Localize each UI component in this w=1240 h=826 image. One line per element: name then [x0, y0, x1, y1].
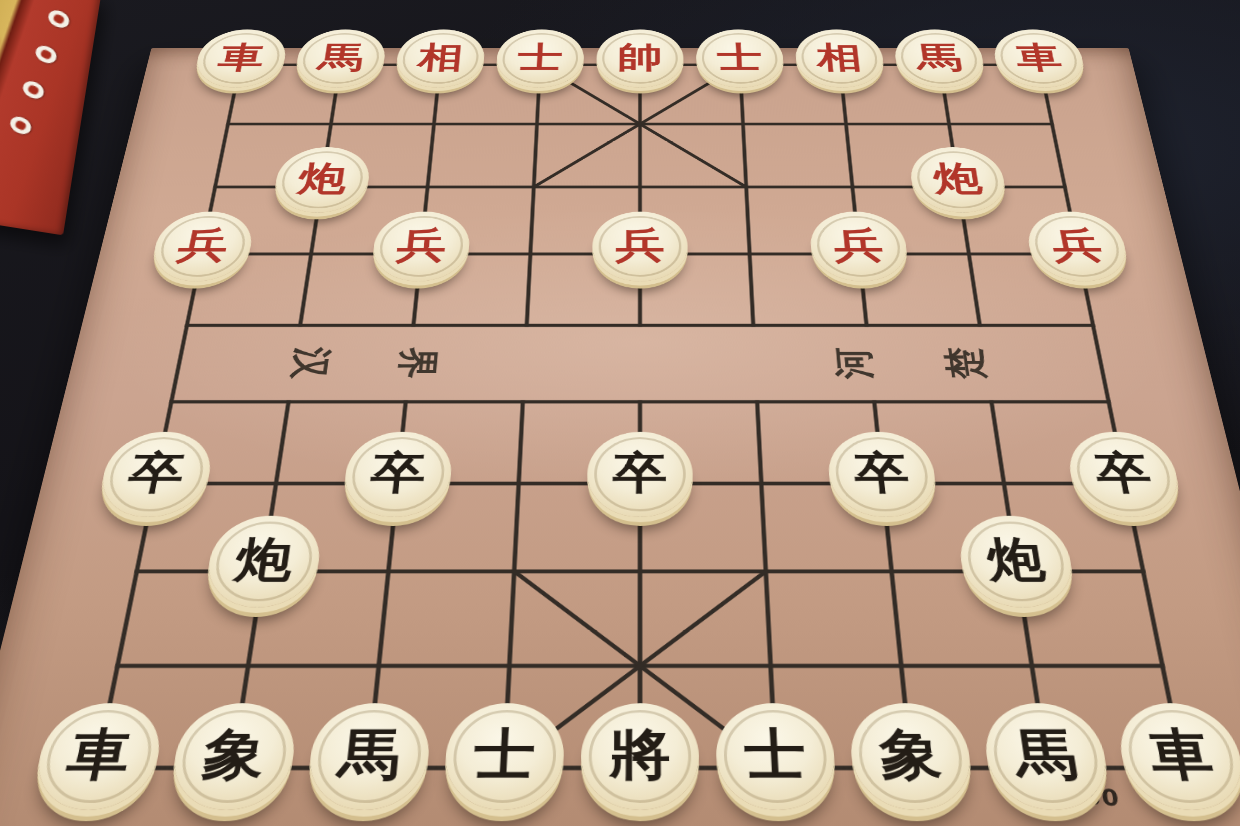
piece-black-chariot[interactable]: 車: [28, 703, 168, 810]
piece-glyph: 炮: [984, 536, 1048, 583]
piece-black-elephant[interactable]: 象: [847, 703, 976, 810]
piece-glyph: 兵: [1049, 227, 1105, 263]
board-point-f8[interactable]: [692, 155, 802, 220]
board-point-f3[interactable]: [702, 527, 832, 618]
board-point-c3[interactable]: [320, 527, 455, 618]
piece-glyph: 士: [717, 42, 763, 72]
piece-black-advisor[interactable]: 士: [715, 703, 838, 810]
piece-glyph: 車: [216, 42, 267, 72]
board-point-c4[interactable]: 卒: [331, 442, 461, 527]
board-point-g2[interactable]: [832, 618, 973, 716]
board-point-i1[interactable]: 車: [1106, 716, 1240, 822]
board-point-f1[interactable]: 士: [707, 716, 848, 822]
board-point-h5[interactable]: [928, 363, 1057, 442]
board-point-e10[interactable]: 帥: [589, 36, 690, 94]
piece-glyph: 士: [517, 42, 563, 72]
piece-black-soldier[interactable]: 卒: [340, 432, 454, 517]
piece-red-horse[interactable]: 馬: [292, 29, 388, 87]
board-point-d5[interactable]: [461, 363, 582, 442]
board-point-g8[interactable]: [797, 155, 910, 220]
board-point-h7[interactable]: [910, 220, 1030, 289]
board-point-c5[interactable]: [342, 363, 467, 442]
board-point-e5[interactable]: [580, 363, 699, 442]
piece-glyph: 炮: [296, 162, 349, 196]
piece-glyph: 兵: [395, 227, 448, 263]
piece-glyph: 相: [815, 42, 863, 72]
board-point-g9[interactable]: [792, 94, 901, 155]
board-point-a6[interactable]: [122, 289, 250, 363]
piece-glyph: 卒: [369, 450, 428, 494]
board-point-i2[interactable]: [1089, 618, 1240, 716]
board-point-b3[interactable]: 炮: [191, 527, 331, 618]
piece-glyph: 卒: [125, 450, 188, 494]
piece-glyph: 車: [1145, 727, 1217, 782]
board-point-e4[interactable]: 卒: [578, 442, 702, 527]
board-point-b2[interactable]: [174, 618, 320, 716]
board-point-f5[interactable]: [698, 363, 819, 442]
piece-glyph: 卒: [852, 450, 911, 494]
piece-red-cannon[interactable]: 炮: [907, 147, 1009, 213]
piece-black-horse[interactable]: 馬: [304, 703, 433, 810]
piece-black-cannon[interactable]: 炮: [201, 516, 324, 608]
board-point-g5[interactable]: [813, 363, 938, 442]
board-point-i3[interactable]: [1072, 527, 1216, 618]
board-point-i8[interactable]: [1006, 155, 1125, 220]
piece-glyph: 馬: [1011, 727, 1080, 782]
piece-red-advisor[interactable]: 士: [695, 29, 785, 87]
board-point-b1[interactable]: 象: [155, 716, 307, 822]
board-point-e8[interactable]: [586, 155, 694, 220]
board-point-c1[interactable]: 馬: [294, 716, 441, 822]
piece-red-advisor[interactable]: 士: [495, 29, 585, 87]
piece-glyph: 馬: [316, 42, 365, 72]
piece-glyph: 卒: [613, 450, 668, 494]
board-point-c2[interactable]: [307, 618, 448, 716]
board-point-d10[interactable]: 士: [488, 36, 591, 94]
board-point-i5[interactable]: [1043, 363, 1176, 442]
board-point-h6[interactable]: [919, 289, 1044, 363]
board-point-f6[interactable]: [696, 289, 813, 363]
board-point-g4[interactable]: 卒: [819, 442, 949, 527]
board-point-i4[interactable]: 卒: [1057, 442, 1196, 527]
board-point-f4[interactable]: [700, 442, 826, 527]
piece-glyph: 相: [417, 42, 465, 72]
board-point-c8[interactable]: [370, 155, 483, 220]
piece-black-soldier[interactable]: 卒: [826, 432, 940, 517]
piece-red-soldier[interactable]: 兵: [808, 212, 910, 282]
piece-black-soldier[interactable]: 卒: [1063, 432, 1186, 517]
piece-red-soldier[interactable]: 兵: [592, 212, 689, 282]
piece-glyph: 炮: [232, 536, 296, 583]
board-point-d7[interactable]: [473, 220, 586, 289]
board-point-b8[interactable]: 炮: [262, 155, 378, 220]
board-point-a9[interactable]: [169, 94, 284, 155]
board-point-g3[interactable]: [825, 527, 960, 618]
board-point-a2[interactable]: [41, 618, 192, 716]
board-point-a1[interactable]: 車: [16, 716, 174, 822]
board-point-e1[interactable]: 將: [571, 716, 710, 822]
box-badge-icon: [45, 7, 72, 31]
piece-glyph: 帥: [617, 42, 662, 72]
board-point-a8[interactable]: [154, 155, 273, 220]
board-point-h3[interactable]: 炮: [949, 527, 1089, 618]
board-point-h8[interactable]: 炮: [901, 155, 1017, 220]
board-point-f9[interactable]: [691, 94, 797, 155]
board-point-d8[interactable]: [478, 155, 588, 220]
piece-glyph: 馬: [336, 727, 402, 782]
board-point-d3[interactable]: [448, 527, 578, 618]
piece-black-general[interactable]: 將: [580, 703, 700, 810]
board-point-f7[interactable]: [694, 220, 807, 289]
board-point-c6[interactable]: [352, 289, 473, 363]
board-point-g1[interactable]: 象: [840, 716, 987, 822]
board-point-a4[interactable]: 卒: [84, 442, 223, 527]
board-point-b5[interactable]: [223, 363, 352, 442]
piece-black-soldier[interactable]: 卒: [94, 432, 217, 517]
piece-glyph: 士: [473, 727, 537, 782]
board-point-g6[interactable]: [807, 289, 928, 363]
piece-red-elephant[interactable]: 相: [794, 29, 887, 87]
board-point-a3[interactable]: [63, 527, 207, 618]
box-badge-icon: [7, 113, 34, 137]
board-point-b9[interactable]: [274, 94, 386, 155]
piece-glyph: 車: [1013, 42, 1064, 72]
board-point-g7[interactable]: 兵: [802, 220, 919, 289]
piece-glyph: 象: [200, 727, 269, 782]
board-point-d6[interactable]: [467, 289, 584, 363]
piece-glyph: 兵: [615, 227, 665, 263]
board-point-h4[interactable]: [938, 442, 1072, 527]
box-badge-icon: [20, 78, 47, 102]
piece-red-soldier[interactable]: 兵: [1023, 212, 1132, 282]
board-point-h1[interactable]: 馬: [973, 716, 1125, 822]
piece-red-horse[interactable]: 馬: [892, 29, 988, 87]
piece-glyph: 將: [609, 727, 670, 782]
piece-black-cannon[interactable]: 炮: [955, 516, 1078, 608]
xiangqi-board: 車馬相士帥士相馬車炮炮兵兵兵兵兵卒卒卒卒卒炮炮車象馬士將士象馬車: [16, 36, 1240, 822]
board-point-d2[interactable]: [440, 618, 576, 716]
piece-red-elephant[interactable]: 相: [394, 29, 487, 87]
piece-red-chariot[interactable]: 車: [191, 29, 290, 87]
piece-glyph: 炮: [931, 162, 984, 196]
xiangqi-box: [0, 0, 101, 235]
board-point-e6[interactable]: [582, 289, 697, 363]
board-point-h2[interactable]: [960, 618, 1106, 716]
piece-glyph: 車: [63, 727, 135, 782]
board-point-e7[interactable]: 兵: [584, 220, 695, 289]
piece-black-advisor[interactable]: 士: [442, 703, 565, 810]
piece-red-cannon[interactable]: 炮: [271, 147, 373, 213]
board-point-e3[interactable]: [576, 527, 704, 618]
piece-glyph: 馬: [914, 42, 963, 72]
piece-red-general[interactable]: 帥: [596, 29, 684, 87]
piece-black-elephant[interactable]: 象: [166, 703, 300, 810]
board-point-c10[interactable]: 相: [386, 36, 492, 94]
piece-red-soldier[interactable]: 兵: [370, 212, 472, 282]
board-point-a5[interactable]: [104, 363, 237, 442]
board-point-e2[interactable]: [573, 618, 706, 716]
piece-glyph: 兵: [832, 227, 885, 263]
piece-black-horse[interactable]: 馬: [980, 703, 1114, 810]
board-point-c9[interactable]: [379, 94, 488, 155]
piece-glyph: 士: [744, 727, 808, 782]
xiangqi-board-mat: 車馬相士帥士相馬車炮炮兵兵兵兵兵卒卒卒卒卒炮炮車象馬士將士象馬車 汉界河楚 Ø5…: [0, 48, 1240, 826]
tabletop-scene: 車馬相士帥士相馬車炮炮兵兵兵兵兵卒卒卒卒卒炮炮車象馬士將士象馬車 汉界河楚 Ø5…: [0, 0, 1240, 826]
piece-black-soldier[interactable]: 卒: [586, 432, 693, 517]
board-point-a7[interactable]: 兵: [139, 220, 263, 289]
board-point-h10[interactable]: 馬: [886, 36, 995, 94]
box-badge-icon: [33, 42, 60, 66]
board-point-d4[interactable]: [455, 442, 581, 527]
piece-glyph: 卒: [1092, 450, 1155, 494]
board-point-i7[interactable]: 兵: [1018, 220, 1142, 289]
piece-glyph: 兵: [175, 227, 231, 263]
piece-black-chariot[interactable]: 車: [1112, 703, 1240, 810]
piece-red-soldier[interactable]: 兵: [148, 212, 257, 282]
board-point-b4[interactable]: [208, 442, 342, 527]
board-point-c7[interactable]: 兵: [361, 220, 478, 289]
board-point-b6[interactable]: [237, 289, 362, 363]
piece-glyph: 象: [877, 727, 943, 782]
board-point-i6[interactable]: [1030, 289, 1158, 363]
board-point-d9[interactable]: [483, 94, 589, 155]
board-point-b7[interactable]: [250, 220, 370, 289]
board-point-a10[interactable]: 車: [183, 36, 295, 94]
board-point-b10[interactable]: 馬: [285, 36, 394, 94]
board-layer: 車馬相士帥士相馬車炮炮兵兵兵兵兵卒卒卒卒卒炮炮車象馬士將士象馬車 汉界河楚 Ø5…: [16, 36, 1240, 822]
board-point-f10[interactable]: 士: [689, 36, 792, 94]
board-point-g10[interactable]: 相: [788, 36, 894, 94]
board-point-d1[interactable]: 士: [432, 716, 573, 822]
board-point-i9[interactable]: [995, 94, 1110, 155]
board-point-i10[interactable]: 車: [985, 36, 1097, 94]
piece-red-chariot[interactable]: 車: [990, 29, 1089, 87]
board-point-e9[interactable]: [588, 94, 693, 155]
board-point-f2[interactable]: [704, 618, 840, 716]
board-point-h9[interactable]: [894, 94, 1006, 155]
